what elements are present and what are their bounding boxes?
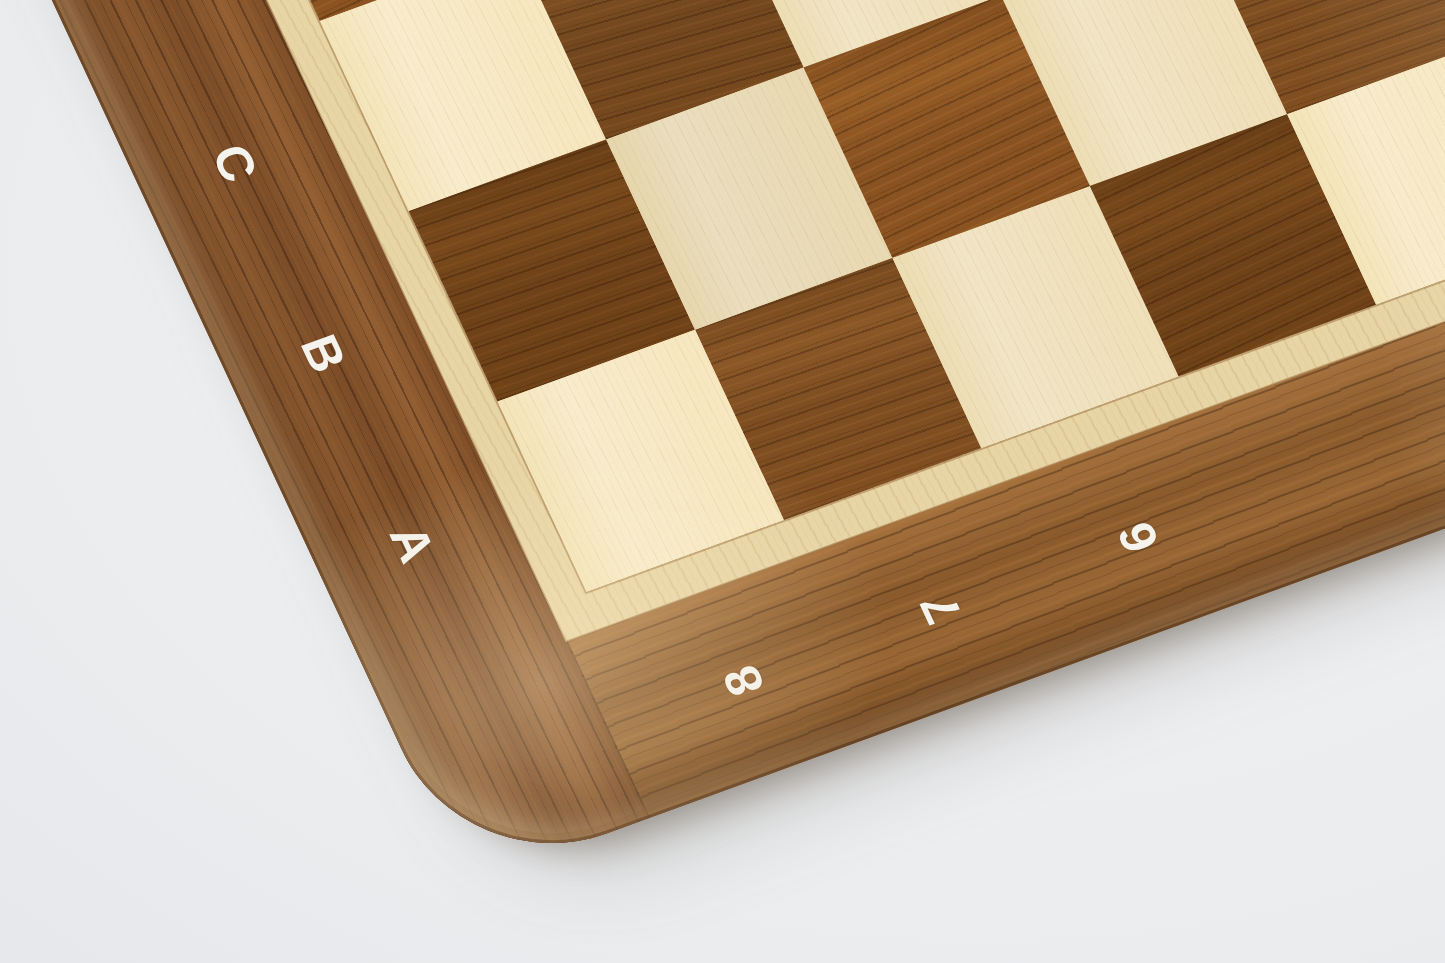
photo-background: A B C 8 7 6 xyxy=(0,0,1445,963)
chessboard: A B C 8 7 6 xyxy=(0,0,1445,885)
